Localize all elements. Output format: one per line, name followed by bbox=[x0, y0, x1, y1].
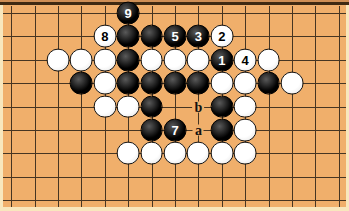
white-stone[interactable] bbox=[93, 72, 116, 95]
black-stone[interactable] bbox=[117, 72, 140, 95]
white-stone[interactable] bbox=[210, 72, 233, 95]
white-stone[interactable] bbox=[164, 48, 187, 71]
white-stone[interactable] bbox=[257, 48, 280, 71]
move-7-black-stone[interactable]: 7 bbox=[164, 119, 187, 142]
move-3-black-stone[interactable]: 3 bbox=[187, 25, 210, 48]
black-stone[interactable] bbox=[117, 48, 140, 71]
board-margin: 98532147ba bbox=[0, 0, 349, 211]
white-stone[interactable] bbox=[140, 142, 163, 165]
black-stone[interactable] bbox=[140, 72, 163, 95]
move-2-white-stone[interactable]: 2 bbox=[210, 25, 233, 48]
white-stone[interactable] bbox=[93, 48, 116, 71]
black-stone[interactable] bbox=[70, 72, 93, 95]
black-stone[interactable] bbox=[140, 95, 163, 118]
white-stone[interactable] bbox=[234, 119, 257, 142]
black-stone[interactable] bbox=[140, 25, 163, 48]
black-stone[interactable] bbox=[187, 72, 210, 95]
white-stone[interactable] bbox=[234, 142, 257, 165]
black-stone[interactable] bbox=[164, 72, 187, 95]
white-stone[interactable] bbox=[210, 142, 233, 165]
point-label-b[interactable]: b bbox=[192, 101, 204, 112]
black-stone[interactable] bbox=[210, 119, 233, 142]
white-stone[interactable] bbox=[47, 48, 70, 71]
move-9-black-stone[interactable]: 9 bbox=[117, 2, 140, 25]
black-stone[interactable] bbox=[117, 25, 140, 48]
white-stone[interactable] bbox=[281, 72, 304, 95]
white-stone[interactable] bbox=[70, 48, 93, 71]
board-top-edge-line bbox=[0, 2, 349, 5]
white-stone[interactable] bbox=[187, 142, 210, 165]
white-stone[interactable] bbox=[187, 48, 210, 71]
white-stone[interactable] bbox=[93, 95, 116, 118]
point-label-a[interactable]: a bbox=[193, 125, 204, 136]
white-stone[interactable] bbox=[140, 48, 163, 71]
move-8-white-stone[interactable]: 8 bbox=[93, 25, 116, 48]
white-stone[interactable] bbox=[117, 95, 140, 118]
white-stone[interactable] bbox=[234, 72, 257, 95]
black-stone[interactable] bbox=[257, 72, 280, 95]
white-stone[interactable] bbox=[117, 142, 140, 165]
black-stone[interactable] bbox=[210, 95, 233, 118]
move-1-black-stone[interactable]: 1 bbox=[210, 48, 233, 71]
go-diagram: 98532147ba bbox=[0, 0, 349, 211]
move-5-black-stone[interactable]: 5 bbox=[164, 25, 187, 48]
white-stone[interactable] bbox=[164, 142, 187, 165]
move-4-white-stone[interactable]: 4 bbox=[234, 48, 257, 71]
black-stone[interactable] bbox=[140, 119, 163, 142]
white-stone[interactable] bbox=[234, 95, 257, 118]
